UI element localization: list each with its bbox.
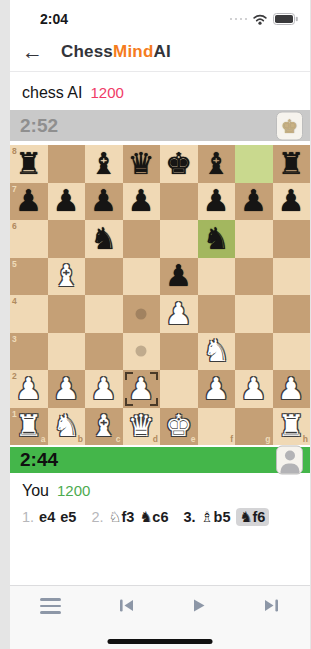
white-pawn[interactable]: ♟ (235, 370, 273, 408)
title-mind: Mind (113, 42, 153, 61)
file-label: e (191, 434, 196, 444)
square-f5[interactable] (198, 258, 236, 296)
square-h1[interactable]: ♜h (273, 408, 311, 446)
square-f2[interactable]: ♟ (198, 370, 236, 408)
square-g3[interactable] (235, 333, 273, 371)
file-label: c (116, 434, 121, 444)
opponent-row: chess AI 1200 (10, 84, 310, 104)
square-c3[interactable] (85, 333, 123, 371)
square-c7[interactable]: ♟ (85, 183, 123, 221)
file-label: h (303, 434, 308, 444)
square-h5[interactable] (273, 258, 311, 296)
square-f4[interactable] (198, 295, 236, 333)
square-h8[interactable]: ♜ (273, 145, 311, 183)
black-bishop[interactable]: ♝ (85, 145, 123, 183)
square-e7[interactable] (160, 183, 198, 221)
bottom-toolbar (10, 585, 310, 649)
move-white-2[interactable]: ♘f3 (108, 509, 134, 525)
square-d4[interactable] (123, 295, 161, 333)
player-avatar (276, 446, 303, 475)
skip-next-icon[interactable] (263, 598, 280, 613)
move-black-3-current[interactable]: ♞f6 (236, 508, 270, 526)
move-group-3: 3. ♗b5 ♞f6 (184, 508, 270, 526)
square-e2[interactable] (160, 370, 198, 408)
square-d3[interactable] (123, 333, 161, 371)
player-name: You (22, 482, 49, 500)
square-a6[interactable]: 6 (10, 220, 48, 258)
move-black-1[interactable]: e5 (60, 509, 76, 525)
cellular-signal-icon (230, 18, 248, 21)
player-rating: 1200 (57, 482, 90, 499)
square-a7[interactable]: ♟7 (10, 183, 48, 221)
white-bishop[interactable]: ♝ (48, 258, 86, 296)
square-d1[interactable]: ♛d (123, 408, 161, 446)
back-button[interactable]: ← (22, 41, 43, 62)
black-bishop[interactable]: ♝ (198, 145, 236, 183)
square-h2[interactable]: ♟ (273, 370, 311, 408)
opponent-clock-time: 2:52 (10, 115, 58, 137)
move-white-3[interactable]: ♗b5 (201, 509, 231, 525)
square-c4[interactable] (85, 295, 123, 333)
file-label: d (153, 434, 158, 444)
chess-piece-avatar-icon: ♚ (281, 116, 298, 135)
square-h4[interactable] (273, 295, 311, 333)
move-group-2: 2. ♘f3 ♞c6 (91, 509, 168, 525)
square-e3[interactable] (160, 333, 198, 371)
white-pawn[interactable]: ♟ (198, 370, 236, 408)
black-pawn[interactable]: ♟ (123, 183, 161, 221)
square-d5[interactable] (123, 258, 161, 296)
rank-label: 6 (12, 221, 17, 231)
square-e6[interactable] (160, 220, 198, 258)
square-b1[interactable]: ♞b (48, 408, 86, 446)
rank-label: 1 (12, 409, 17, 419)
square-c6[interactable]: ♞ (85, 220, 123, 258)
square-c5[interactable] (85, 258, 123, 296)
person-icon (277, 447, 302, 474)
black-pawn[interactable]: ♟ (273, 183, 311, 221)
chess-board[interactable]: ♜8♝♛♚♝♜♟7♟♟♟♟♟♟6♞♞5♝♟4♟3♞♟2♟♟♟♟♟♟♜1a♞b♝c… (10, 145, 310, 445)
title-chess: Chess (61, 42, 113, 61)
move-number: 1. (22, 509, 34, 525)
square-h7[interactable]: ♟ (273, 183, 311, 221)
square-b5[interactable]: ♝ (48, 258, 86, 296)
status-bar: 2:04 (10, 0, 310, 32)
square-b6[interactable] (48, 220, 86, 258)
black-pawn[interactable]: ♟ (85, 183, 123, 221)
rank-label: 7 (12, 184, 17, 194)
move-white-1[interactable]: e4 (39, 509, 55, 525)
square-g5[interactable] (235, 258, 273, 296)
square-b8[interactable] (48, 145, 86, 183)
opponent-clock-bar: 2:52 ♚ (10, 110, 310, 141)
square-g7[interactable]: ♟ (235, 183, 273, 221)
square-e4[interactable]: ♟ (160, 295, 198, 333)
file-label: g (265, 434, 270, 444)
white-pawn[interactable]: ♟ (85, 370, 123, 408)
move-number: 2. (91, 509, 103, 525)
black-pawn[interactable]: ♟ (48, 183, 86, 221)
square-f6[interactable]: ♞ (198, 220, 236, 258)
square-a5[interactable]: 5 (10, 258, 48, 296)
selection-corner (125, 398, 133, 406)
file-label: f (230, 434, 233, 444)
square-f8[interactable]: ♝ (198, 145, 236, 183)
player-clock-time: 2:44 (10, 449, 58, 471)
rank-label: 5 (12, 259, 17, 269)
wifi-icon (252, 13, 268, 25)
square-d8[interactable]: ♛ (123, 145, 161, 183)
black-pawn[interactable]: ♟ (198, 183, 236, 221)
rank-label: 4 (12, 296, 17, 306)
square-g1[interactable]: g (235, 408, 273, 446)
square-b4[interactable] (48, 295, 86, 333)
square-c2[interactable]: ♟ (85, 370, 123, 408)
white-pawn[interactable]: ♟ (273, 370, 311, 408)
opponent-rating: 1200 (90, 84, 123, 101)
file-label: a (41, 434, 46, 444)
square-b3[interactable] (48, 333, 86, 371)
black-pawn[interactable]: ♟ (160, 258, 198, 296)
selection-corner (150, 398, 158, 406)
header: ← ChessMindAI (10, 32, 310, 72)
home-indicator[interactable] (108, 639, 213, 644)
selection-corner (125, 372, 133, 380)
file-label: b (78, 434, 83, 444)
square-g6[interactable] (235, 220, 273, 258)
square-d6[interactable] (123, 220, 161, 258)
play-icon[interactable] (191, 598, 206, 613)
square-g2[interactable]: ♟ (235, 370, 273, 408)
square-a1[interactable]: ♜1a (10, 408, 48, 446)
selection-corner (150, 372, 158, 380)
square-a4[interactable]: 4 (10, 295, 48, 333)
menu-icon[interactable] (40, 598, 61, 614)
square-f1[interactable]: f (198, 408, 236, 446)
status-icons (230, 13, 299, 25)
move-group-1: 1. e4 e5 (22, 509, 76, 525)
square-f7[interactable]: ♟ (198, 183, 236, 221)
rank-label: 3 (12, 334, 17, 344)
square-a8[interactable]: ♜8 (10, 145, 48, 183)
white-pawn[interactable]: ♟ (160, 295, 198, 333)
square-f3[interactable]: ♞ (198, 333, 236, 371)
square-e5[interactable]: ♟ (160, 258, 198, 296)
opponent-avatar: ♚ (276, 111, 303, 140)
square-d7[interactable]: ♟ (123, 183, 161, 221)
square-h6[interactable] (273, 220, 311, 258)
title-ai: AI (153, 42, 170, 61)
black-knight[interactable]: ♞ (198, 220, 236, 258)
black-king[interactable]: ♚ (160, 145, 198, 183)
square-e8[interactable]: ♚ (160, 145, 198, 183)
move-list: 1. e4 e5 2. ♘f3 ♞c6 3. ♗b5 ♞f6 (10, 508, 310, 526)
square-b2[interactable]: ♟ (48, 370, 86, 408)
opponent-name: chess AI (22, 84, 82, 102)
white-knight[interactable]: ♞ (198, 333, 236, 371)
app-title: ChessMindAI (61, 42, 171, 62)
skip-previous-icon[interactable] (118, 598, 135, 613)
rank-label: 2 (12, 371, 17, 381)
square-c8[interactable]: ♝ (85, 145, 123, 183)
battery-icon (273, 13, 298, 25)
player-row: You 1200 (10, 482, 310, 502)
black-rook[interactable]: ♜ (273, 145, 311, 183)
player-clock-bar: 2:44 (10, 447, 310, 473)
square-d2[interactable]: ♟ (123, 370, 161, 408)
move-number: 3. (184, 509, 196, 525)
square-g4[interactable] (235, 295, 273, 333)
square-a3[interactable]: 3 (10, 333, 48, 371)
square-c1[interactable]: ♝c (85, 408, 123, 446)
square-a2[interactable]: ♟2 (10, 370, 48, 408)
white-pawn[interactable]: ♟ (48, 370, 86, 408)
square-h3[interactable] (273, 333, 311, 371)
rank-label: 8 (12, 146, 17, 156)
square-e1[interactable]: ♚e (160, 408, 198, 446)
app-screen: 2:04 ← ChessMindAI chess AI 1200 2:52 ♚ (10, 0, 310, 649)
black-knight[interactable]: ♞ (85, 220, 123, 258)
move-black-2[interactable]: ♞c6 (139, 509, 168, 525)
square-g8[interactable] (235, 145, 273, 183)
status-time: 2:04 (40, 11, 68, 27)
black-pawn[interactable]: ♟ (235, 183, 273, 221)
black-queen[interactable]: ♛ (123, 145, 161, 183)
square-b7[interactable]: ♟ (48, 183, 86, 221)
